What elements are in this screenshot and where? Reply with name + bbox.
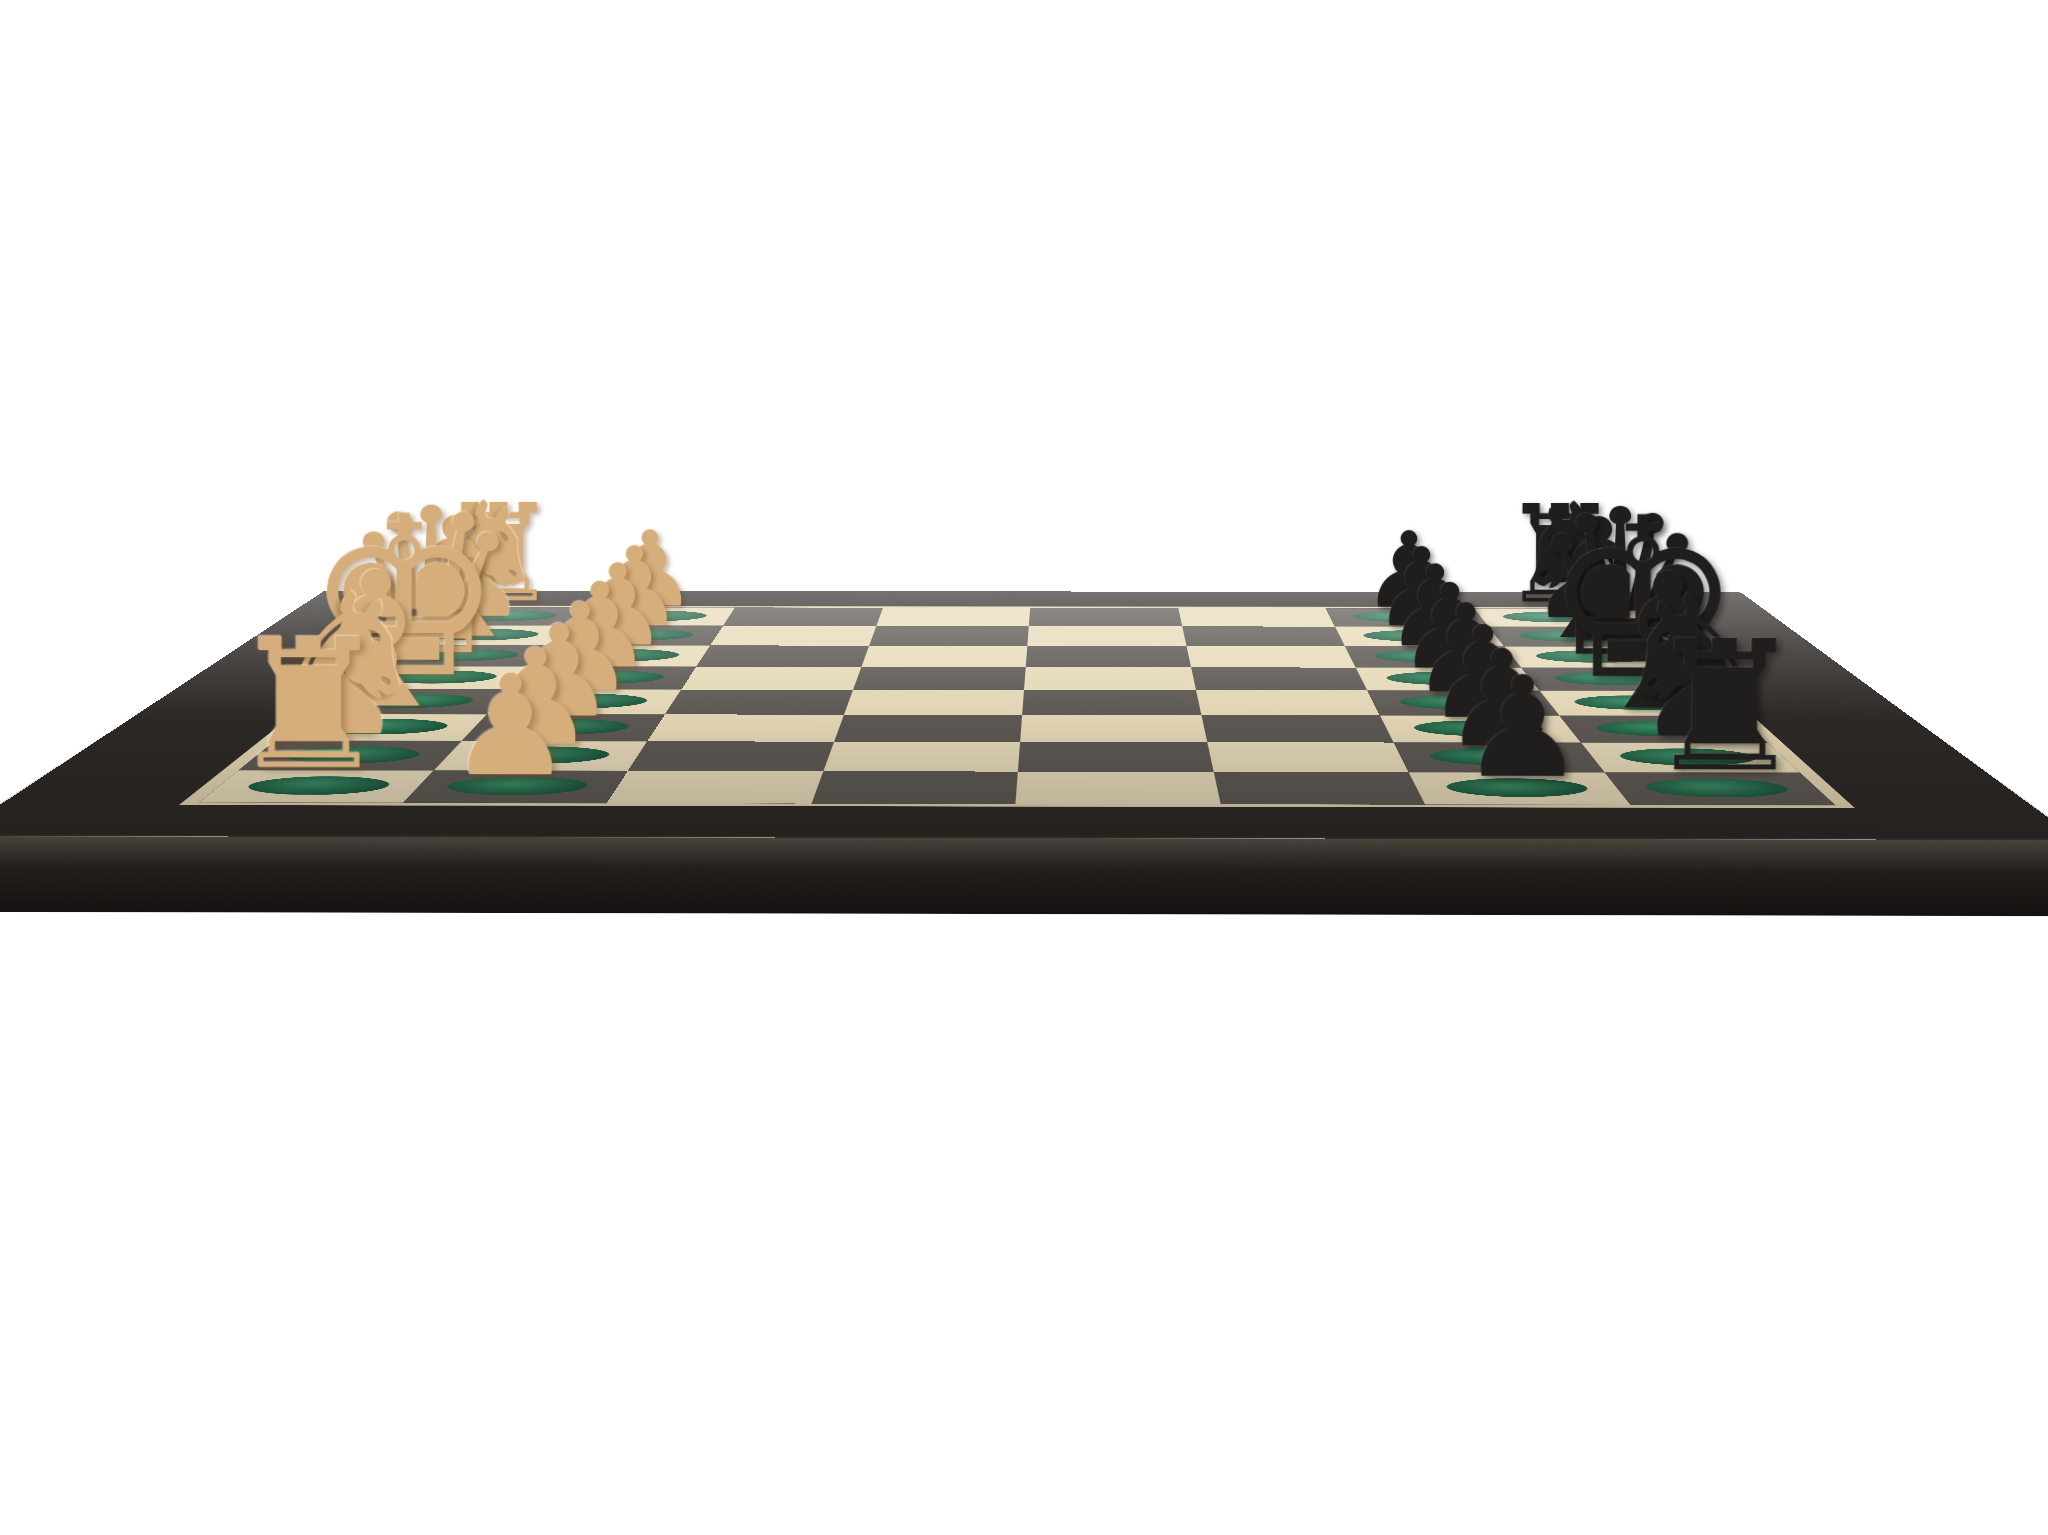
chess-photo-scene: ♜♟♟♜♞♟♟♞♝♟♟♝♛♟♟♛♚♟♟♚♝♟♟♝♞♟♟♞♜♟♟♜ — [0, 0, 2048, 1535]
square-g5 — [1018, 742, 1213, 772]
chess-board: ♜♟♟♜♞♟♟♞♝♟♟♝♛♟♟♛♚♟♟♚♝♟♟♝♞♟♟♞♜♟♟♜ — [0, 591, 2048, 840]
square-h4 — [811, 771, 1018, 804]
white-pawn-h2: ♟ — [311, 656, 711, 796]
square-a4 — [876, 608, 1030, 627]
square-a5 — [1029, 608, 1182, 627]
square-c5 — [1026, 646, 1191, 667]
board-grid: ♜♟♟♜♞♟♟♞♝♟♟♝♛♟♟♛♚♟♟♚♝♟♟♝♞♟♟♞♜♟♟♜ — [199, 607, 1836, 805]
square-c4 — [861, 646, 1027, 667]
black-rook-h8: ♜ — [1524, 618, 1927, 798]
square-h2: ♟ — [403, 771, 628, 804]
square-b5 — [1027, 626, 1186, 646]
square-h8: ♜ — [1604, 772, 1835, 805]
square-f5 — [1020, 715, 1207, 742]
board-perspective-wrap: ♜♟♟♜♞♟♟♞♝♟♟♝♛♟♟♛♚♟♟♚♝♟♟♝♞♟♟♞♜♟♟♜ — [174, 0, 1874, 1535]
square-d4 — [853, 667, 1026, 690]
square-f4 — [834, 715, 1023, 742]
square-d5 — [1024, 667, 1196, 690]
square-e4 — [843, 690, 1024, 715]
square-e5 — [1022, 690, 1201, 715]
square-h5 — [1015, 771, 1220, 804]
square-b4 — [869, 626, 1029, 646]
board-front-edge — [0, 836, 2048, 916]
square-g4 — [823, 742, 1020, 772]
